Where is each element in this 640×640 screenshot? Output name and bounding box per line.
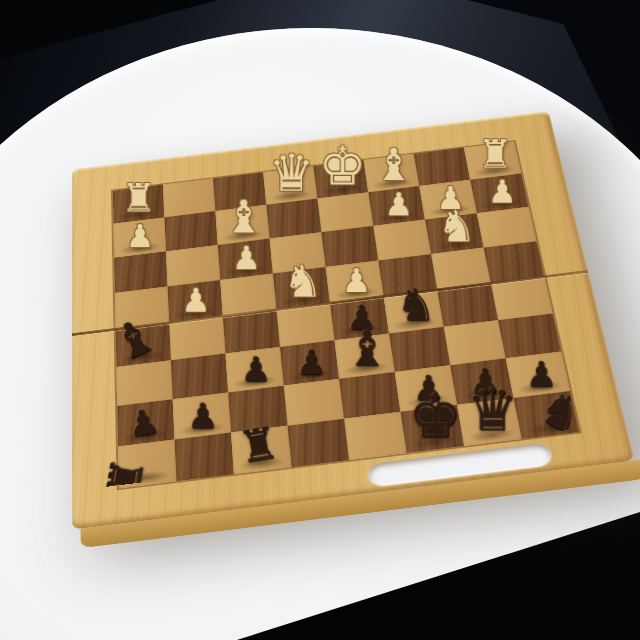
- white-pawn-a2: ♟: [114, 188, 166, 252]
- square-h8: ♞: [514, 391, 580, 439]
- piece-glyph: ♝: [345, 324, 389, 373]
- white-pawn-h2: ♟: [476, 144, 528, 208]
- piece-glyph: ♞: [396, 283, 436, 328]
- piece-glyph: ♟: [240, 352, 271, 386]
- square-d4: ♞: [273, 267, 330, 310]
- black-pawn-a7: ♟: [106, 367, 174, 445]
- square-e8: [344, 412, 407, 460]
- square-a8: ♜: [118, 440, 176, 489]
- black-pawn-b7: ♟: [174, 364, 231, 433]
- square-a5: ♝: [116, 323, 171, 367]
- square-g8: ♛: [457, 398, 522, 446]
- photo-canvas: { "game": "chess", "scene": { "setting":…: [0, 0, 640, 640]
- white-knight-g3: ♞: [430, 183, 483, 248]
- piece-glyph: ♚: [408, 386, 462, 446]
- piece-glyph: ♟: [232, 242, 261, 274]
- black-pawn-d6: ♟: [283, 311, 339, 379]
- black-pawn-c6: ♟: [228, 318, 284, 386]
- white-knight-d4: ♞: [276, 238, 330, 304]
- piece-glyph: ♟: [187, 398, 218, 433]
- chess-board: ♜♛♚♝♜♟♝♟♟♟♟♞♟♞♟♝♟♞♟♟♝♟♟♟♟♟♜♜♚♛♞: [72, 111, 635, 530]
- piece-glyph: ♟: [488, 176, 517, 208]
- white-pawn-c3: ♟: [220, 209, 273, 274]
- white-pawn-f2: ♟: [373, 156, 425, 220]
- piece-glyph: ♛: [466, 381, 518, 439]
- piece-glyph: ♟: [384, 188, 413, 220]
- square-b7: ♟: [173, 392, 231, 439]
- square-e7: [339, 372, 400, 419]
- square-h4: [484, 241, 545, 283]
- piece-glyph: ♜: [101, 455, 151, 501]
- piece-glyph: ♛: [269, 148, 315, 199]
- square-h5: [491, 277, 553, 320]
- square-c8: ♜: [231, 426, 291, 475]
- white-king-e1: ♚: [317, 130, 368, 193]
- square-a7: ♟: [117, 399, 174, 446]
- piece-glyph: ♟: [126, 220, 155, 252]
- square-b8: [175, 433, 234, 482]
- black-king-f8: ♚: [406, 376, 464, 447]
- piece-glyph: ♝: [104, 309, 163, 370]
- black-rook-a8: ♜: [73, 441, 153, 510]
- black-rook-c8: ♜: [222, 393, 291, 473]
- white-queen-d1: ♛: [266, 137, 317, 200]
- playing-grid: ♜♛♚♝♜♟♝♟♟♟♟♞♟♞♟♝♟♞♟♟♝♟♟♟♟♟♜♜♚♛♞: [113, 141, 580, 488]
- piece-glyph: ♞: [283, 260, 322, 304]
- piece-glyph: ♜: [235, 421, 281, 471]
- square-d8: [288, 419, 350, 467]
- square-c4: [220, 273, 276, 316]
- black-queen-g8: ♛: [463, 369, 521, 440]
- piece-glyph: ♞: [532, 381, 592, 443]
- square-d7: [284, 379, 344, 426]
- white-pawn-b4: ♟: [169, 251, 223, 317]
- black-knight-f5: ♞: [388, 260, 443, 327]
- square-g5: [437, 283, 498, 327]
- piece-glyph: ♚: [319, 140, 367, 193]
- black-bishop-e6: ♝: [339, 304, 395, 372]
- piece-glyph: ♟: [181, 284, 211, 317]
- camera-perspective: ♜♛♚♝♜♟♝♟♟♟♟♞♟♞♟♝♟♞♟♟♝♟♟♟♟♟♜♜♚♛♞: [0, 0, 640, 640]
- piece-glyph: ♟: [296, 345, 327, 379]
- piece-glyph: ♞: [438, 205, 477, 248]
- square-f8: ♚: [401, 405, 465, 453]
- piece-glyph: ♟: [125, 403, 162, 443]
